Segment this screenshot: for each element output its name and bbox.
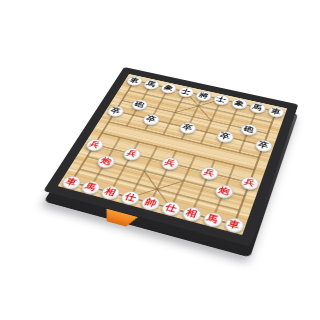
piece-red-仕[interactable]: 仕 — [159, 199, 183, 217]
piece-black-車[interactable]: 車 — [124, 74, 144, 86]
piece-black-卒[interactable]: 卒 — [140, 112, 161, 126]
piece-red-車[interactable]: 車 — [59, 174, 83, 191]
piece-red-兵[interactable]: 兵 — [239, 175, 261, 192]
piece-black-砲[interactable]: 砲 — [129, 98, 150, 111]
piece-black-士[interactable]: 士 — [211, 93, 231, 106]
piece-red-馬[interactable]: 馬 — [201, 210, 225, 228]
piece-black-象[interactable]: 象 — [229, 97, 249, 110]
piece-red-兵[interactable]: 兵 — [159, 155, 181, 171]
piece-black-卒[interactable]: 卒 — [105, 104, 126, 118]
piece-red-相[interactable]: 相 — [98, 184, 122, 201]
piece-red-仕[interactable]: 仕 — [118, 189, 142, 206]
piece-black-卒[interactable]: 卒 — [253, 138, 274, 153]
piece-black-象[interactable]: 象 — [159, 82, 179, 95]
piece-black-車[interactable]: 車 — [266, 105, 286, 119]
piece-red-炮[interactable]: 炮 — [94, 154, 117, 170]
piece-black-馬[interactable]: 馬 — [248, 101, 268, 114]
piece-red-馬[interactable]: 馬 — [79, 179, 103, 196]
piece-black-卒[interactable]: 卒 — [177, 121, 198, 135]
piece-black-砲[interactable]: 砲 — [238, 122, 258, 136]
piece-red-炮[interactable]: 炮 — [213, 183, 236, 200]
piece-black-將[interactable]: 將 — [194, 89, 214, 102]
piece-red-兵[interactable]: 兵 — [198, 165, 220, 181]
piece-red-兵[interactable]: 兵 — [121, 146, 143, 161]
product-photo-scene: 車馬象士將士象馬車砲砲卒卒卒卒卒兵兵兵兵兵炮炮車馬相仕帥仕相馬車 — [0, 0, 320, 320]
piece-red-帥[interactable]: 帥 — [138, 194, 162, 212]
piece-black-卒[interactable]: 卒 — [215, 129, 236, 144]
piece-black-士[interactable]: 士 — [176, 86, 196, 99]
piece-black-馬[interactable]: 馬 — [141, 78, 161, 90]
piece-red-相[interactable]: 相 — [180, 205, 204, 223]
xiangqi-board: 車馬象士將士象馬車砲砲卒卒卒卒卒兵兵兵兵兵炮炮車馬相仕帥仕相馬車 — [43, 67, 298, 247]
piece-red-兵[interactable]: 兵 — [83, 137, 106, 152]
piece-red-車[interactable]: 車 — [222, 215, 245, 234]
